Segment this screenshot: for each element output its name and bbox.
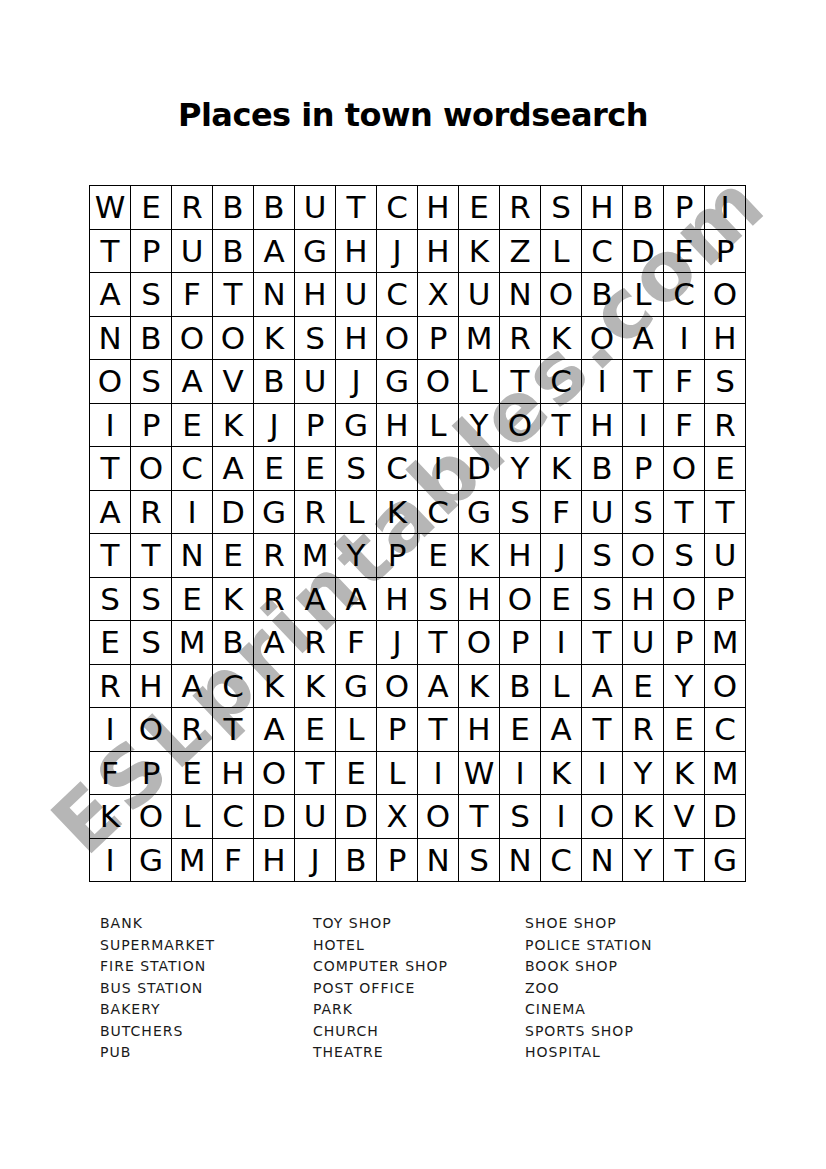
- grid-cell-r5c3: A: [172, 360, 213, 404]
- grid-cell-r10c1: S: [90, 578, 131, 622]
- grid-cell-r1c5: B: [254, 186, 295, 230]
- grid-cell-r7c2: O: [131, 447, 172, 491]
- grid-cell-r2c2: P: [131, 230, 172, 274]
- grid-cell-r5c8: G: [377, 360, 418, 404]
- grid-cell-r1c1: W: [90, 186, 131, 230]
- grid-cell-r8c5: G: [254, 491, 295, 535]
- grid-cell-r4c9: P: [418, 317, 459, 361]
- grid-cell-r5c15: F: [664, 360, 705, 404]
- word-list-item: THEATRE: [313, 1042, 448, 1064]
- grid-cell-r14c9: I: [418, 752, 459, 796]
- grid-cell-r4c10: M: [459, 317, 500, 361]
- grid-cell-r3c6: H: [295, 273, 336, 317]
- grid-cell-r3c5: N: [254, 273, 295, 317]
- grid-cell-r12c1: R: [90, 665, 131, 709]
- grid-cell-r3c11: N: [500, 273, 541, 317]
- grid-cell-r5c2: S: [131, 360, 172, 404]
- grid-cell-r10c10: H: [459, 578, 500, 622]
- grid-cell-r11c6: R: [295, 621, 336, 665]
- grid-cell-r8c8: K: [377, 491, 418, 535]
- grid-cell-r3c1: A: [90, 273, 131, 317]
- grid-cell-r2c3: U: [172, 230, 213, 274]
- grid-cell-r1c11: R: [500, 186, 541, 230]
- grid-cell-r14c14: Y: [623, 752, 664, 796]
- grid-cell-r2c9: H: [418, 230, 459, 274]
- grid-cell-r15c12: I: [541, 795, 582, 839]
- grid-cell-r7c1: T: [90, 447, 131, 491]
- grid-cell-r16c14: Y: [623, 839, 664, 883]
- word-list-item: TOY SHOP: [313, 913, 448, 935]
- grid-cell-r14c11: I: [500, 752, 541, 796]
- grid-cell-r12c8: O: [377, 665, 418, 709]
- grid-cell-r11c13: T: [582, 621, 623, 665]
- grid-cell-r16c6: J: [295, 839, 336, 883]
- grid-cell-r10c12: E: [541, 578, 582, 622]
- word-list-item: SHOE SHOP: [525, 913, 652, 935]
- grid-cell-r14c1: F: [90, 752, 131, 796]
- grid-cell-r9c2: T: [131, 534, 172, 578]
- grid-cell-r12c14: E: [623, 665, 664, 709]
- grid-cell-r15c5: D: [254, 795, 295, 839]
- grid-cell-r9c14: O: [623, 534, 664, 578]
- grid-cell-r7c5: E: [254, 447, 295, 491]
- grid-cell-r13c15: E: [664, 708, 705, 752]
- grid-cell-r4c14: A: [623, 317, 664, 361]
- word-list-item: BUTCHERS: [100, 1021, 215, 1043]
- grid-cell-r16c9: N: [418, 839, 459, 883]
- grid-cell-r15c13: O: [582, 795, 623, 839]
- grid-cell-r10c4: K: [213, 578, 254, 622]
- grid-cell-r16c2: G: [131, 839, 172, 883]
- grid-cell-r15c1: K: [90, 795, 131, 839]
- grid-cell-r3c7: U: [336, 273, 377, 317]
- grid-cell-r13c3: R: [172, 708, 213, 752]
- grid-cell-r2c13: C: [582, 230, 623, 274]
- page-title: Places in town wordsearch: [0, 96, 826, 134]
- grid-cell-r10c2: S: [131, 578, 172, 622]
- grid-cell-r2c7: H: [336, 230, 377, 274]
- word-list-item: POST OFFICE: [313, 978, 448, 1000]
- grid-cell-r13c13: T: [582, 708, 623, 752]
- grid-cell-r7c14: P: [623, 447, 664, 491]
- grid-cell-r12c12: L: [541, 665, 582, 709]
- grid-cell-r9c15: S: [664, 534, 705, 578]
- grid-cell-r16c11: N: [500, 839, 541, 883]
- grid-cell-r15c10: T: [459, 795, 500, 839]
- grid-cell-r7c15: O: [664, 447, 705, 491]
- grid-cell-r8c7: L: [336, 491, 377, 535]
- grid-cell-r11c11: P: [500, 621, 541, 665]
- word-list-column-1: BANKSUPERMARKETFIRE STATIONBUS STATIONBA…: [100, 913, 215, 1064]
- grid-cell-r12c10: K: [459, 665, 500, 709]
- grid-cell-r6c10: Y: [459, 404, 500, 448]
- grid-cell-r4c6: S: [295, 317, 336, 361]
- grid-cell-r4c1: N: [90, 317, 131, 361]
- word-list-item: HOTEL: [313, 935, 448, 957]
- grid-cell-r11c14: U: [623, 621, 664, 665]
- wordsearch-grid: WERBBUTCHERSHBPITPUBAGHJHKZLCDEPASFTNHUC…: [89, 185, 746, 882]
- grid-cell-r11c16: M: [705, 621, 746, 665]
- grid-cell-r9c4: E: [213, 534, 254, 578]
- grid-cell-r8c14: S: [623, 491, 664, 535]
- grid-cell-r8c6: R: [295, 491, 336, 535]
- grid-cell-r11c9: T: [418, 621, 459, 665]
- grid-cell-r13c14: R: [623, 708, 664, 752]
- grid-cell-r15c9: O: [418, 795, 459, 839]
- grid-cell-r5c5: B: [254, 360, 295, 404]
- grid-cell-r6c9: L: [418, 404, 459, 448]
- grid-cell-r10c8: H: [377, 578, 418, 622]
- grid-cell-r4c11: R: [500, 317, 541, 361]
- grid-cell-r6c2: P: [131, 404, 172, 448]
- grid-cell-r11c7: F: [336, 621, 377, 665]
- grid-cell-r16c5: H: [254, 839, 295, 883]
- word-list-item: CINEMA: [525, 999, 652, 1021]
- grid-cell-r13c6: E: [295, 708, 336, 752]
- grid-cell-r8c16: T: [705, 491, 746, 535]
- grid-cell-r14c5: O: [254, 752, 295, 796]
- grid-cell-r7c13: B: [582, 447, 623, 491]
- grid-cell-r16c16: G: [705, 839, 746, 883]
- grid-cell-r12c3: A: [172, 665, 213, 709]
- grid-cell-r16c13: N: [582, 839, 623, 883]
- grid-cell-r3c4: T: [213, 273, 254, 317]
- grid-cell-r6c1: I: [90, 404, 131, 448]
- grid-cell-r9c1: T: [90, 534, 131, 578]
- grid-cell-r2c4: B: [213, 230, 254, 274]
- grid-cell-r6c11: O: [500, 404, 541, 448]
- grid-cell-r15c15: V: [664, 795, 705, 839]
- grid-cell-r9c12: J: [541, 534, 582, 578]
- grid-cell-r16c7: B: [336, 839, 377, 883]
- grid-cell-r13c9: T: [418, 708, 459, 752]
- grid-cell-r6c7: G: [336, 404, 377, 448]
- grid-cell-r13c1: I: [90, 708, 131, 752]
- grid-cell-r9c3: N: [172, 534, 213, 578]
- grid-cell-r6c5: J: [254, 404, 295, 448]
- word-list-item: BANK: [100, 913, 215, 935]
- grid-cell-r11c3: M: [172, 621, 213, 665]
- grid-cell-r13c16: C: [705, 708, 746, 752]
- grid-cell-r6c12: T: [541, 404, 582, 448]
- grid-cell-r11c5: A: [254, 621, 295, 665]
- grid-cell-r11c12: I: [541, 621, 582, 665]
- grid-cell-r7c8: C: [377, 447, 418, 491]
- grid-cell-r11c1: E: [90, 621, 131, 665]
- grid-cell-r7c9: I: [418, 447, 459, 491]
- grid-cell-r8c11: S: [500, 491, 541, 535]
- grid-cell-r5c13: I: [582, 360, 623, 404]
- grid-cell-r12c2: H: [131, 665, 172, 709]
- grid-cell-r10c11: O: [500, 578, 541, 622]
- grid-cell-r3c8: C: [377, 273, 418, 317]
- grid-cell-r14c8: L: [377, 752, 418, 796]
- grid-cell-r11c10: O: [459, 621, 500, 665]
- grid-cell-r5c4: V: [213, 360, 254, 404]
- grid-cell-r5c1: O: [90, 360, 131, 404]
- grid-cell-r3c12: O: [541, 273, 582, 317]
- grid-cell-r16c8: P: [377, 839, 418, 883]
- grid-cell-r4c8: O: [377, 317, 418, 361]
- grid-cell-r3c9: X: [418, 273, 459, 317]
- grid-cell-r2c1: T: [90, 230, 131, 274]
- grid-cell-r6c15: F: [664, 404, 705, 448]
- grid-cell-r2c14: D: [623, 230, 664, 274]
- grid-cell-r8c13: U: [582, 491, 623, 535]
- grid-cell-r1c9: H: [418, 186, 459, 230]
- grid-cell-r11c15: P: [664, 621, 705, 665]
- word-list-item: BAKERY: [100, 999, 215, 1021]
- grid-cell-r10c3: E: [172, 578, 213, 622]
- grid-cell-r14c16: M: [705, 752, 746, 796]
- grid-cell-r2c12: L: [541, 230, 582, 274]
- grid-cell-r14c15: K: [664, 752, 705, 796]
- grid-cell-r7c6: E: [295, 447, 336, 491]
- grid-cell-r9c16: U: [705, 534, 746, 578]
- grid-cell-r7c10: D: [459, 447, 500, 491]
- grid-cell-r3c3: F: [172, 273, 213, 317]
- grid-cell-r4c7: H: [336, 317, 377, 361]
- grid-cell-r6c3: E: [172, 404, 213, 448]
- grid-cell-r10c6: A: [295, 578, 336, 622]
- grid-cell-r16c3: M: [172, 839, 213, 883]
- grid-cell-r1c13: H: [582, 186, 623, 230]
- grid-cell-r10c9: S: [418, 578, 459, 622]
- grid-cell-r8c10: G: [459, 491, 500, 535]
- grid-cell-r3c15: C: [664, 273, 705, 317]
- grid-cell-r8c3: I: [172, 491, 213, 535]
- word-list-item: SUPERMARKET: [100, 935, 215, 957]
- grid-cell-r9c10: K: [459, 534, 500, 578]
- grid-cell-r13c11: E: [500, 708, 541, 752]
- grid-cell-r1c14: B: [623, 186, 664, 230]
- word-list-item: PUB: [100, 1042, 215, 1064]
- grid-cell-r8c1: A: [90, 491, 131, 535]
- grid-cell-r6c4: K: [213, 404, 254, 448]
- grid-cell-r7c7: S: [336, 447, 377, 491]
- grid-cell-r6c14: I: [623, 404, 664, 448]
- grid-cell-r13c5: A: [254, 708, 295, 752]
- grid-cell-r10c5: R: [254, 578, 295, 622]
- grid-cell-r12c9: A: [418, 665, 459, 709]
- grid-cell-r8c2: R: [131, 491, 172, 535]
- grid-cell-r9c8: P: [377, 534, 418, 578]
- grid-cell-r5c9: O: [418, 360, 459, 404]
- grid-cell-r15c2: O: [131, 795, 172, 839]
- grid-cell-r12c11: B: [500, 665, 541, 709]
- grid-cell-r2c5: A: [254, 230, 295, 274]
- grid-cell-r13c2: O: [131, 708, 172, 752]
- grid-cell-r4c5: K: [254, 317, 295, 361]
- word-list-item: BUS STATION: [100, 978, 215, 1000]
- grid-cell-r4c16: H: [705, 317, 746, 361]
- grid-cell-r7c4: A: [213, 447, 254, 491]
- grid-cell-r13c12: A: [541, 708, 582, 752]
- grid-cell-r1c7: T: [336, 186, 377, 230]
- grid-cell-r2c6: G: [295, 230, 336, 274]
- grid-cell-r14c12: K: [541, 752, 582, 796]
- grid-cell-r7c16: E: [705, 447, 746, 491]
- grid-cell-r2c11: Z: [500, 230, 541, 274]
- grid-cell-r7c3: C: [172, 447, 213, 491]
- grid-cell-r7c12: K: [541, 447, 582, 491]
- grid-cell-r4c15: I: [664, 317, 705, 361]
- grid-cell-r11c2: S: [131, 621, 172, 665]
- grid-cell-r5c12: C: [541, 360, 582, 404]
- grid-cell-r4c4: O: [213, 317, 254, 361]
- word-list-item: POLICE STATION: [525, 935, 652, 957]
- word-list-column-3: SHOE SHOPPOLICE STATIONBOOK SHOPZOOCINEM…: [525, 913, 652, 1064]
- grid-cell-r16c15: T: [664, 839, 705, 883]
- word-list-item: CHURCH: [313, 1021, 448, 1043]
- grid-cell-r11c4: B: [213, 621, 254, 665]
- grid-cell-r12c13: A: [582, 665, 623, 709]
- grid-cell-r9c5: R: [254, 534, 295, 578]
- grid-cell-r8c12: F: [541, 491, 582, 535]
- grid-cell-r1c2: E: [131, 186, 172, 230]
- grid-cell-r14c4: H: [213, 752, 254, 796]
- grid-cell-r1c3: R: [172, 186, 213, 230]
- grid-cell-r4c12: K: [541, 317, 582, 361]
- word-list-item: BOOK SHOP: [525, 956, 652, 978]
- grid-cell-r10c16: P: [705, 578, 746, 622]
- grid-cell-r8c4: D: [213, 491, 254, 535]
- grid-cell-r2c15: E: [664, 230, 705, 274]
- grid-cell-r5c6: U: [295, 360, 336, 404]
- grid-cell-r3c14: L: [623, 273, 664, 317]
- grid-cell-r6c16: R: [705, 404, 746, 448]
- grid-cell-r3c10: U: [459, 273, 500, 317]
- grid-cell-r8c15: T: [664, 491, 705, 535]
- grid-cell-r9c11: H: [500, 534, 541, 578]
- grid-cell-r11c8: J: [377, 621, 418, 665]
- grid-cell-r4c2: B: [131, 317, 172, 361]
- grid-cell-r15c8: X: [377, 795, 418, 839]
- grid-cell-r14c7: E: [336, 752, 377, 796]
- grid-cell-r15c6: U: [295, 795, 336, 839]
- grid-cell-r15c14: K: [623, 795, 664, 839]
- grid-cell-r16c12: C: [541, 839, 582, 883]
- grid-cell-r12c6: K: [295, 665, 336, 709]
- grid-cell-r10c7: A: [336, 578, 377, 622]
- grid-cell-r10c14: H: [623, 578, 664, 622]
- grid-cell-r15c3: L: [172, 795, 213, 839]
- grid-cell-r1c8: C: [377, 186, 418, 230]
- grid-cell-r2c16: P: [705, 230, 746, 274]
- word-list-column-2: TOY SHOPHOTELCOMPUTER SHOPPOST OFFICEPAR…: [313, 913, 448, 1064]
- grid-cell-r13c7: L: [336, 708, 377, 752]
- worksheet-page: Places in town wordsearch ESLprintables.…: [0, 0, 826, 1169]
- grid-cell-r12c4: C: [213, 665, 254, 709]
- grid-cell-r2c10: K: [459, 230, 500, 274]
- grid-cell-r5c11: T: [500, 360, 541, 404]
- grid-cell-r13c4: T: [213, 708, 254, 752]
- grid-cell-r5c16: S: [705, 360, 746, 404]
- grid-cell-r12c5: K: [254, 665, 295, 709]
- grid-cell-r16c10: S: [459, 839, 500, 883]
- grid-cell-r9c9: E: [418, 534, 459, 578]
- grid-cell-r6c6: P: [295, 404, 336, 448]
- word-list-item: HOSPITAL: [525, 1042, 652, 1064]
- grid-cell-r5c7: J: [336, 360, 377, 404]
- grid-cell-r1c10: E: [459, 186, 500, 230]
- grid-cell-r12c7: G: [336, 665, 377, 709]
- grid-cell-r8c9: C: [418, 491, 459, 535]
- word-list-item: COMPUTER SHOP: [313, 956, 448, 978]
- grid-cell-r2c8: J: [377, 230, 418, 274]
- grid-cell-r1c16: I: [705, 186, 746, 230]
- grid-cell-r13c10: H: [459, 708, 500, 752]
- grid-cell-r9c13: S: [582, 534, 623, 578]
- grid-cell-r15c16: D: [705, 795, 746, 839]
- grid-cell-r14c2: P: [131, 752, 172, 796]
- grid-cell-r16c1: I: [90, 839, 131, 883]
- word-list-item: ZOO: [525, 978, 652, 1000]
- grid-cell-r1c6: U: [295, 186, 336, 230]
- grid-cell-r13c8: P: [377, 708, 418, 752]
- grid-cell-r7c11: Y: [500, 447, 541, 491]
- grid-cell-r3c13: B: [582, 273, 623, 317]
- grid-cell-r5c14: T: [623, 360, 664, 404]
- grid-cell-r1c4: B: [213, 186, 254, 230]
- grid-cell-r10c13: S: [582, 578, 623, 622]
- grid-cell-r12c15: Y: [664, 665, 705, 709]
- grid-cell-r1c12: S: [541, 186, 582, 230]
- grid-cell-r9c6: M: [295, 534, 336, 578]
- grid-cell-r3c16: O: [705, 273, 746, 317]
- grid-cell-r15c4: C: [213, 795, 254, 839]
- grid-cell-r10c15: O: [664, 578, 705, 622]
- word-list-item: PARK: [313, 999, 448, 1021]
- grid-cell-r15c7: D: [336, 795, 377, 839]
- grid-cell-r14c10: W: [459, 752, 500, 796]
- grid-cell-r5c10: L: [459, 360, 500, 404]
- grid-cell-r6c13: H: [582, 404, 623, 448]
- grid-cell-r6c8: H: [377, 404, 418, 448]
- grid-cell-r15c11: S: [500, 795, 541, 839]
- grid-cell-r14c6: T: [295, 752, 336, 796]
- word-list-item: SPORTS SHOP: [525, 1021, 652, 1043]
- grid-cell-r12c16: O: [705, 665, 746, 709]
- grid-cell-r16c4: F: [213, 839, 254, 883]
- grid-cell-r3c2: S: [131, 273, 172, 317]
- word-list-item: FIRE STATION: [100, 956, 215, 978]
- grid-cell-r9c7: Y: [336, 534, 377, 578]
- grid-cell-r14c13: I: [582, 752, 623, 796]
- grid-cell-r4c3: O: [172, 317, 213, 361]
- grid-cell-r1c15: P: [664, 186, 705, 230]
- grid-cell-r14c3: E: [172, 752, 213, 796]
- grid-cell-r4c13: O: [582, 317, 623, 361]
